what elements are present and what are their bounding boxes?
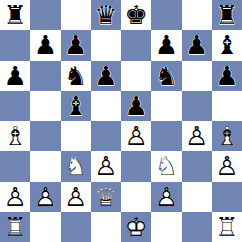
white-pawn: ♙ [30, 182, 60, 212]
square-a8[interactable]: ♜ [0, 0, 30, 30]
black-knight: ♞ [61, 61, 91, 91]
black-pawn: ♟ [182, 30, 212, 60]
square-b6[interactable] [30, 61, 60, 91]
square-f1[interactable] [151, 212, 181, 242]
white-queen-fill: ♛ [91, 182, 121, 212]
square-c2[interactable]: ♟♙ [61, 182, 91, 212]
square-h2[interactable] [212, 182, 242, 212]
square-g3[interactable] [182, 151, 212, 181]
white-pawn: ♙ [212, 151, 242, 181]
square-c7[interactable]: ♟ [61, 30, 91, 60]
square-e4[interactable]: ♟♙ [121, 121, 151, 151]
square-e3[interactable] [121, 151, 151, 181]
square-f4[interactable] [151, 121, 181, 151]
square-d5[interactable] [91, 91, 121, 121]
square-c4[interactable] [61, 121, 91, 151]
white-knight: ♘ [151, 151, 181, 181]
black-queen: ♛ [91, 0, 121, 30]
square-h3[interactable]: ♟♙ [212, 151, 242, 181]
square-d1[interactable] [91, 212, 121, 242]
square-h4[interactable]: ♝♗ [212, 121, 242, 151]
square-f5[interactable] [151, 91, 181, 121]
square-g2[interactable] [182, 182, 212, 212]
black-rook: ♜ [0, 0, 30, 30]
square-g6[interactable] [182, 61, 212, 91]
white-pawn: ♙ [91, 151, 121, 181]
square-c8[interactable] [61, 0, 91, 30]
square-b2[interactable]: ♟♙ [30, 182, 60, 212]
white-knight: ♘ [61, 151, 91, 181]
white-pawn-fill: ♟ [30, 182, 60, 212]
black-pawn: ♟ [61, 30, 91, 60]
square-f7[interactable]: ♟ [151, 30, 181, 60]
square-h7[interactable]: ♝ [212, 30, 242, 60]
white-pawn-fill: ♟ [182, 121, 212, 151]
square-e8[interactable]: ♚ [121, 0, 151, 30]
square-b1[interactable] [30, 212, 60, 242]
white-pawn-fill: ♟ [121, 121, 151, 151]
white-pawn-fill: ♟ [0, 182, 30, 212]
white-rook-fill: ♜ [0, 212, 30, 242]
white-pawn: ♙ [61, 182, 91, 212]
square-e6[interactable] [121, 61, 151, 91]
white-knight-fill: ♞ [61, 151, 91, 181]
square-e1[interactable]: ♚♔ [121, 212, 151, 242]
square-c1[interactable] [61, 212, 91, 242]
square-a7[interactable] [0, 30, 30, 60]
white-bishop: ♗ [212, 121, 242, 151]
white-knight-fill: ♞ [151, 151, 181, 181]
square-d2[interactable]: ♛♕ [91, 182, 121, 212]
square-b8[interactable] [30, 0, 60, 30]
white-pawn-fill: ♟ [151, 182, 181, 212]
square-g7[interactable]: ♟ [182, 30, 212, 60]
white-pawn: ♙ [182, 121, 212, 151]
black-pawn: ♟ [121, 91, 151, 121]
square-a4[interactable]: ♝♗ [0, 121, 30, 151]
white-pawn: ♙ [151, 182, 181, 212]
square-f3[interactable]: ♞♘ [151, 151, 181, 181]
square-c6[interactable]: ♞ [61, 61, 91, 91]
white-rook-fill: ♜ [212, 212, 242, 242]
black-king: ♚ [121, 0, 151, 30]
square-c5[interactable]: ♝ [61, 91, 91, 121]
square-f8[interactable] [151, 0, 181, 30]
black-pawn: ♟ [151, 30, 181, 60]
square-b7[interactable]: ♟ [30, 30, 60, 60]
square-e2[interactable] [121, 182, 151, 212]
white-king-fill: ♚ [121, 212, 151, 242]
white-bishop-fill: ♝ [212, 121, 242, 151]
square-f6[interactable]: ♞ [151, 61, 181, 91]
white-bishop: ♗ [0, 121, 30, 151]
square-d6[interactable]: ♟ [91, 61, 121, 91]
white-rook: ♖ [0, 212, 30, 242]
black-pawn: ♟ [0, 61, 30, 91]
square-h1[interactable]: ♜♖ [212, 212, 242, 242]
white-pawn-fill: ♟ [91, 151, 121, 181]
square-e5[interactable]: ♟ [121, 91, 151, 121]
white-queen: ♕ [91, 182, 121, 212]
square-d3[interactable]: ♟♙ [91, 151, 121, 181]
white-king: ♔ [121, 212, 151, 242]
square-g5[interactable] [182, 91, 212, 121]
black-pawn: ♟ [30, 30, 60, 60]
white-pawn-fill: ♟ [212, 151, 242, 181]
square-g8[interactable] [182, 0, 212, 30]
white-pawn: ♙ [0, 182, 30, 212]
square-h5[interactable] [212, 91, 242, 121]
square-a3[interactable] [0, 151, 30, 181]
square-e7[interactable] [121, 30, 151, 60]
black-bishop: ♝ [61, 91, 91, 121]
square-b5[interactable] [30, 91, 60, 121]
square-a1[interactable]: ♜♖ [0, 212, 30, 242]
white-bishop-fill: ♝ [0, 121, 30, 151]
black-rook: ♜ [212, 0, 242, 30]
white-pawn-fill: ♟ [61, 182, 91, 212]
white-rook: ♖ [212, 212, 242, 242]
square-a2[interactable]: ♟♙ [0, 182, 30, 212]
square-b3[interactable] [30, 151, 60, 181]
black-pawn: ♟ [212, 61, 242, 91]
black-pawn: ♟ [91, 61, 121, 91]
square-b4[interactable] [30, 121, 60, 151]
square-a5[interactable] [0, 91, 30, 121]
black-bishop: ♝ [212, 30, 242, 60]
square-g4[interactable]: ♟♙ [182, 121, 212, 151]
square-d8[interactable]: ♛ [91, 0, 121, 30]
chess-board: ♜♛♚♜♟♟♟♟♝♟♞♟♞♟♝♟♝♗♟♙♟♙♝♗♞♘♟♙♞♘♟♙♟♙♟♙♟♙♛♕… [0, 0, 242, 242]
square-a6[interactable]: ♟ [0, 61, 30, 91]
square-d7[interactable] [91, 30, 121, 60]
square-f2[interactable]: ♟♙ [151, 182, 181, 212]
square-h8[interactable]: ♜ [212, 0, 242, 30]
square-h6[interactable]: ♟ [212, 61, 242, 91]
square-g1[interactable] [182, 212, 212, 242]
square-c3[interactable]: ♞♘ [61, 151, 91, 181]
square-d4[interactable] [91, 121, 121, 151]
white-pawn: ♙ [121, 121, 151, 151]
black-knight: ♞ [151, 61, 181, 91]
